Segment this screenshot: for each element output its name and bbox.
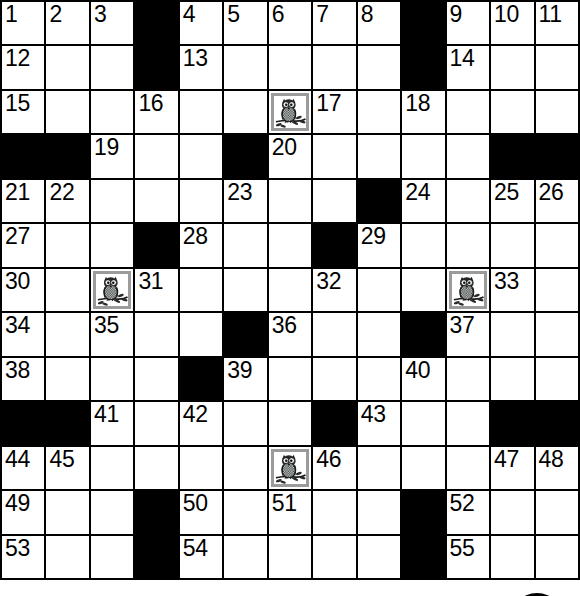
cell-r9c6[interactable]: 39	[224, 358, 266, 400]
clue-number: 52	[450, 492, 475, 515]
clue-number: 11	[539, 3, 562, 26]
black-cell	[46, 402, 88, 444]
black-cell	[135, 46, 177, 88]
clue-number: 41	[94, 403, 119, 426]
clue-number: 17	[316, 92, 341, 115]
cell-r1c7[interactable]: 6	[269, 2, 311, 44]
cell-r8c7[interactable]: 36	[269, 313, 311, 355]
clue-number: 37	[450, 314, 475, 337]
crossword-page: 12345678910111213141516	[0, 0, 580, 596]
cell-r10c10[interactable]	[402, 402, 444, 444]
cell-r10c4[interactable]	[135, 402, 177, 444]
cell-r8c13[interactable]	[536, 313, 578, 355]
cell-r8c2[interactable]	[46, 313, 88, 355]
cell-r11c11[interactable]	[447, 447, 489, 489]
black-cell	[224, 313, 266, 355]
cell-r8c3[interactable]: 35	[91, 313, 133, 355]
black-cell	[491, 402, 533, 444]
cell-r12c6[interactable]	[224, 491, 266, 533]
black-cell	[180, 358, 222, 400]
cell-r1c2[interactable]: 2	[46, 2, 88, 44]
cell-r1c3[interactable]: 3	[91, 2, 133, 44]
cell-r7c1[interactable]: 30	[2, 269, 44, 311]
cell-r7c10[interactable]	[402, 269, 444, 311]
cell-r13c6[interactable]	[224, 536, 266, 578]
cell-r3c4[interactable]: 16	[135, 91, 177, 133]
black-cell	[2, 402, 44, 444]
cell-r3c13[interactable]	[536, 91, 578, 133]
cell-r12c13[interactable]	[536, 491, 578, 533]
clue-number: 14	[450, 47, 475, 70]
clue-number: 9	[450, 3, 463, 26]
clue-number: 34	[5, 314, 30, 337]
clue-number: 6	[272, 3, 285, 26]
black-cell	[135, 536, 177, 578]
clue-number: 15	[5, 92, 30, 115]
cell-r11c2[interactable]: 45	[46, 447, 88, 489]
cell-r9c12[interactable]	[491, 358, 533, 400]
clue-number: 13	[183, 47, 208, 70]
black-cell	[46, 135, 88, 177]
clue-number: 39	[227, 359, 252, 382]
clue-number: 53	[5, 537, 30, 560]
clue-number: 3	[94, 3, 107, 26]
cell-r6c11[interactable]	[447, 224, 489, 266]
cell-r8c5[interactable]	[180, 313, 222, 355]
cell-r12c1[interactable]: 49	[2, 491, 44, 533]
cell-r2c3[interactable]	[91, 46, 133, 88]
clue-number: 26	[539, 181, 564, 204]
black-cell	[358, 180, 400, 222]
cell-r13c1[interactable]: 53	[2, 536, 44, 578]
clue-number: 44	[5, 448, 30, 471]
cell-r3c5[interactable]	[180, 91, 222, 133]
clue-number: 19	[94, 136, 119, 159]
cell-r6c10[interactable]	[402, 224, 444, 266]
clue-number: 31	[138, 270, 163, 293]
cell-r12c12[interactable]	[491, 491, 533, 533]
cell-r9c13[interactable]	[536, 358, 578, 400]
cell-r12c11[interactable]: 52	[447, 491, 489, 533]
clue-number: 20	[272, 136, 297, 159]
black-cell	[491, 135, 533, 177]
cell-r5c12[interactable]: 25	[491, 180, 533, 222]
cell-r6c1[interactable]: 27	[2, 224, 44, 266]
clue-number: 1	[5, 3, 18, 26]
cell-r3c7[interactable]	[269, 91, 311, 133]
clue-number: 5	[227, 3, 240, 26]
clue-number: 18	[405, 92, 430, 115]
black-cell	[536, 135, 578, 177]
cell-r1c12[interactable]: 10	[491, 2, 533, 44]
black-cell	[135, 2, 177, 44]
cell-r9c3[interactable]	[91, 358, 133, 400]
cell-r5c8[interactable]	[313, 180, 355, 222]
cell-r11c6[interactable]	[224, 447, 266, 489]
cell-r5c6[interactable]: 23	[224, 180, 266, 222]
cell-r4c11[interactable]	[447, 135, 489, 177]
cell-r2c7[interactable]	[269, 46, 311, 88]
cell-r6c3[interactable]	[91, 224, 133, 266]
cell-r6c9[interactable]: 29	[358, 224, 400, 266]
cell-r2c12[interactable]	[491, 46, 533, 88]
clue-number: 46	[316, 448, 341, 471]
cell-r5c7[interactable]	[269, 180, 311, 222]
cell-r1c8[interactable]: 7	[313, 2, 355, 44]
cell-r9c11[interactable]	[447, 358, 489, 400]
black-cell	[402, 46, 444, 88]
cell-r2c2[interactable]	[46, 46, 88, 88]
cell-r11c4[interactable]	[135, 447, 177, 489]
cell-r11c10[interactable]	[402, 447, 444, 489]
cell-r6c5[interactable]: 28	[180, 224, 222, 266]
cell-r13c3[interactable]	[91, 536, 133, 578]
cell-r10c6[interactable]	[224, 402, 266, 444]
cell-r5c1[interactable]: 21	[2, 180, 44, 222]
clue-number: 45	[49, 448, 74, 471]
cell-r10c11[interactable]	[447, 402, 489, 444]
cell-r6c2[interactable]	[46, 224, 88, 266]
black-cell	[313, 224, 355, 266]
cell-r11c1[interactable]: 44	[2, 447, 44, 489]
cell-r3c11[interactable]	[447, 91, 489, 133]
black-cell	[402, 313, 444, 355]
cell-r13c13[interactable]	[536, 536, 578, 578]
cell-r1c1[interactable]: 1	[2, 2, 44, 44]
clue-number: 48	[539, 448, 564, 471]
cell-r11c5[interactable]	[180, 447, 222, 489]
clue-number: 12	[5, 47, 30, 70]
clue-number: 16	[138, 92, 163, 115]
cell-r8c9[interactable]	[358, 313, 400, 355]
owl-icon	[93, 271, 131, 309]
cell-r7c7[interactable]	[269, 269, 311, 311]
cell-r3c9[interactable]	[358, 91, 400, 133]
clue-number: 21	[5, 181, 30, 204]
cell-r12c2[interactable]	[46, 491, 88, 533]
cell-r8c12[interactable]	[491, 313, 533, 355]
clue-number: 32	[316, 270, 341, 293]
cell-r7c3[interactable]	[91, 269, 133, 311]
clue-number: 50	[183, 492, 208, 515]
cell-r5c5[interactable]	[180, 180, 222, 222]
cell-r7c9[interactable]	[358, 269, 400, 311]
cell-r1c11[interactable]: 9	[447, 2, 489, 44]
cell-r2c13[interactable]	[536, 46, 578, 88]
cell-r7c5[interactable]	[180, 269, 222, 311]
cell-r7c11[interactable]	[447, 269, 489, 311]
black-cell	[402, 536, 444, 578]
clue-number: 36	[272, 314, 297, 337]
cell-r4c9[interactable]	[358, 135, 400, 177]
cell-r8c8[interactable]	[313, 313, 355, 355]
clue-number: 2	[49, 3, 62, 26]
black-cell	[135, 224, 177, 266]
cell-r7c12[interactable]: 33	[491, 269, 533, 311]
cell-r6c13[interactable]	[536, 224, 578, 266]
cell-r12c8[interactable]	[313, 491, 355, 533]
clue-number: 40	[405, 359, 430, 382]
cell-r3c8[interactable]: 17	[313, 91, 355, 133]
clue-number: 27	[5, 225, 30, 248]
cell-r3c6[interactable]	[224, 91, 266, 133]
clue-number: 29	[361, 225, 386, 248]
clue-number: 47	[494, 448, 519, 471]
owl-icon	[449, 271, 487, 309]
clue-number: 30	[5, 270, 30, 293]
cell-r13c7[interactable]	[269, 536, 311, 578]
crossword-grid: 12345678910111213141516	[0, 0, 580, 580]
cell-r7c8[interactable]: 32	[313, 269, 355, 311]
cell-r13c5[interactable]: 54	[180, 536, 222, 578]
cell-r3c10[interactable]: 18	[402, 91, 444, 133]
clue-number: 54	[183, 537, 208, 560]
cell-r4c3[interactable]: 19	[91, 135, 133, 177]
clue-number: 49	[5, 492, 30, 515]
cell-r13c12[interactable]	[491, 536, 533, 578]
cell-r5c11[interactable]	[447, 180, 489, 222]
cell-r7c4[interactable]: 31	[135, 269, 177, 311]
cell-r9c1[interactable]: 38	[2, 358, 44, 400]
cell-r6c7[interactable]	[269, 224, 311, 266]
cell-r13c8[interactable]	[313, 536, 355, 578]
cell-r7c6[interactable]	[224, 269, 266, 311]
cell-r9c4[interactable]	[135, 358, 177, 400]
cell-r9c10[interactable]: 40	[402, 358, 444, 400]
cell-r10c7[interactable]	[269, 402, 311, 444]
cell-r4c5[interactable]	[180, 135, 222, 177]
cell-r4c4[interactable]	[135, 135, 177, 177]
black-cell	[536, 402, 578, 444]
cell-r2c1[interactable]: 12	[2, 46, 44, 88]
cell-r4c8[interactable]	[313, 135, 355, 177]
clue-number: 22	[49, 181, 74, 204]
cell-r9c9[interactable]	[358, 358, 400, 400]
cell-r1c13[interactable]: 11	[536, 2, 578, 44]
cell-r8c4[interactable]	[135, 313, 177, 355]
black-cell	[2, 135, 44, 177]
clue-number: 35	[94, 314, 119, 337]
cell-r3c12[interactable]	[491, 91, 533, 133]
cell-r12c7[interactable]: 51	[269, 491, 311, 533]
cell-r5c3[interactable]	[91, 180, 133, 222]
clue-number: 8	[361, 3, 374, 26]
cell-r11c7[interactable]	[269, 447, 311, 489]
cell-r8c1[interactable]: 34	[2, 313, 44, 355]
owl-icon	[271, 449, 309, 487]
cell-r11c13[interactable]: 48	[536, 447, 578, 489]
clue-number: 23	[227, 181, 252, 204]
cell-r11c3[interactable]	[91, 447, 133, 489]
cell-r9c2[interactable]	[46, 358, 88, 400]
cell-r5c13[interactable]: 26	[536, 180, 578, 222]
cell-r9c8[interactable]	[313, 358, 355, 400]
cell-r11c12[interactable]: 47	[491, 447, 533, 489]
cell-r6c12[interactable]	[491, 224, 533, 266]
cell-r12c5[interactable]: 50	[180, 491, 222, 533]
cell-r5c4[interactable]	[135, 180, 177, 222]
cell-r11c8[interactable]: 46	[313, 447, 355, 489]
clue-number: 55	[450, 537, 475, 560]
clue-number: 33	[494, 270, 519, 293]
cell-r11c9[interactable]	[358, 447, 400, 489]
cell-r12c3[interactable]	[91, 491, 133, 533]
clue-number: 28	[183, 225, 208, 248]
black-cell	[135, 491, 177, 533]
cell-r13c11[interactable]: 55	[447, 536, 489, 578]
cell-r2c8[interactable]	[313, 46, 355, 88]
cell-r1c9[interactable]: 8	[358, 2, 400, 44]
clue-number: 43	[361, 403, 386, 426]
cell-r8c11[interactable]: 37	[447, 313, 489, 355]
black-cell	[313, 402, 355, 444]
cell-r4c7[interactable]: 20	[269, 135, 311, 177]
cell-r3c3[interactable]	[91, 91, 133, 133]
clue-number: 38	[5, 359, 30, 382]
clue-number: 51	[272, 492, 297, 515]
black-cell	[402, 491, 444, 533]
clue-number: 42	[183, 403, 208, 426]
clue-number: 25	[494, 181, 519, 204]
cell-r6c6[interactable]	[224, 224, 266, 266]
cell-r13c2[interactable]	[46, 536, 88, 578]
cell-r10c9[interactable]: 43	[358, 402, 400, 444]
clue-number: 10	[494, 3, 519, 26]
cell-r1c6[interactable]: 5	[224, 2, 266, 44]
cell-r13c9[interactable]	[358, 536, 400, 578]
cell-r7c13[interactable]	[536, 269, 578, 311]
cell-r5c10[interactable]: 24	[402, 180, 444, 222]
cell-r2c11[interactable]: 14	[447, 46, 489, 88]
cell-r12c9[interactable]	[358, 491, 400, 533]
cell-r1c5[interactable]: 4	[180, 2, 222, 44]
cell-r7c2[interactable]	[46, 269, 88, 311]
black-cell	[224, 135, 266, 177]
cell-r4c10[interactable]	[402, 135, 444, 177]
cell-r2c6[interactable]	[224, 46, 266, 88]
owl-icon	[271, 93, 309, 131]
clue-number: 7	[316, 3, 329, 26]
cell-r3c2[interactable]	[46, 91, 88, 133]
cell-r3c1[interactable]: 15	[2, 91, 44, 133]
cell-r10c5[interactable]: 42	[180, 402, 222, 444]
cell-r9c7[interactable]	[269, 358, 311, 400]
cell-r5c2[interactable]: 22	[46, 180, 88, 222]
cell-r10c3[interactable]: 41	[91, 402, 133, 444]
clue-number: 4	[183, 3, 196, 26]
clue-number: 24	[405, 181, 430, 204]
cell-r2c5[interactable]: 13	[180, 46, 222, 88]
black-cell	[402, 2, 444, 44]
cell-r2c9[interactable]	[358, 46, 400, 88]
